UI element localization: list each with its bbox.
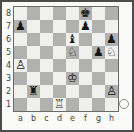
square-g2[interactable] bbox=[92, 85, 105, 98]
square-b6[interactable] bbox=[27, 33, 40, 46]
square-c8[interactable] bbox=[40, 7, 53, 20]
square-a3[interactable] bbox=[14, 72, 27, 85]
rank-label-5: 5 bbox=[4, 46, 13, 59]
piece-white-rook: ♖ bbox=[54, 98, 65, 111]
rank-label-3: 3 bbox=[4, 72, 13, 85]
square-d2[interactable] bbox=[53, 85, 66, 98]
square-g1[interactable] bbox=[92, 98, 105, 111]
rank-label-2: 2 bbox=[4, 85, 13, 98]
square-c6[interactable] bbox=[40, 33, 53, 46]
rank-label-7: 7 bbox=[4, 20, 13, 33]
piece-black-rook: ♜ bbox=[28, 85, 39, 98]
piece-black-bishop: ♝ bbox=[67, 33, 78, 46]
piece-black-pawn: ♟ bbox=[106, 33, 117, 46]
square-f7[interactable]: ♟ bbox=[79, 20, 92, 33]
chess-board: ♚♟♟♝♟♘♟♘♙♔♜♙♖ bbox=[14, 7, 118, 111]
piece-white-knight: ♘ bbox=[67, 46, 78, 59]
square-a6[interactable] bbox=[14, 33, 27, 46]
rank-label-1: 1 bbox=[4, 98, 13, 111]
square-d8[interactable] bbox=[53, 7, 66, 20]
rank-label-4: 4 bbox=[4, 59, 13, 72]
piece-black-king: ♚ bbox=[80, 7, 91, 20]
square-d3[interactable] bbox=[53, 72, 66, 85]
square-h2[interactable]: ♙ bbox=[105, 85, 118, 98]
square-a2[interactable] bbox=[14, 85, 27, 98]
square-g4[interactable] bbox=[92, 59, 105, 72]
square-a1[interactable] bbox=[14, 98, 27, 111]
square-e6[interactable]: ♝ bbox=[66, 33, 79, 46]
square-f8[interactable]: ♚ bbox=[79, 7, 92, 20]
square-b2[interactable]: ♜ bbox=[27, 85, 40, 98]
square-e5[interactable]: ♘ bbox=[66, 46, 79, 59]
square-c1[interactable] bbox=[40, 98, 53, 111]
piece-white-pawn: ♙ bbox=[15, 59, 26, 72]
square-c2[interactable] bbox=[40, 85, 53, 98]
piece-black-pawn: ♟ bbox=[80, 20, 91, 33]
piece-white-pawn: ♙ bbox=[106, 85, 117, 98]
file-label-c: c bbox=[40, 112, 53, 124]
file-label-f: f bbox=[79, 112, 92, 124]
piece-white-king: ♔ bbox=[67, 72, 78, 85]
square-f6[interactable] bbox=[79, 33, 92, 46]
square-f3[interactable] bbox=[79, 72, 92, 85]
file-label-a: a bbox=[14, 112, 27, 124]
square-h6[interactable]: ♟ bbox=[105, 33, 118, 46]
square-f1[interactable] bbox=[79, 98, 92, 111]
file-label-g: g bbox=[92, 112, 105, 124]
square-g3[interactable] bbox=[92, 72, 105, 85]
square-d4[interactable] bbox=[53, 59, 66, 72]
piece-black-pawn: ♟ bbox=[93, 46, 104, 59]
rank-label-6: 6 bbox=[4, 33, 13, 46]
square-d5[interactable] bbox=[53, 46, 66, 59]
square-g6[interactable] bbox=[92, 33, 105, 46]
square-g5[interactable]: ♟ bbox=[92, 46, 105, 59]
file-label-b: b bbox=[27, 112, 40, 124]
rank-labels: 87654321 bbox=[4, 7, 13, 111]
square-g7[interactable] bbox=[92, 20, 105, 33]
square-d7[interactable] bbox=[53, 20, 66, 33]
square-e8[interactable] bbox=[66, 7, 79, 20]
square-d6[interactable] bbox=[53, 33, 66, 46]
square-h1[interactable] bbox=[105, 98, 118, 111]
rank-label-8: 8 bbox=[4, 7, 13, 20]
square-a7[interactable]: ♟ bbox=[14, 20, 27, 33]
piece-white-knight: ♘ bbox=[106, 46, 117, 59]
white-to-move-indicator bbox=[119, 99, 129, 109]
file-label-h: h bbox=[105, 112, 118, 124]
square-f4[interactable] bbox=[79, 59, 92, 72]
square-c3[interactable] bbox=[40, 72, 53, 85]
square-c5[interactable] bbox=[40, 46, 53, 59]
square-h5[interactable]: ♘ bbox=[105, 46, 118, 59]
piece-black-pawn: ♟ bbox=[15, 20, 26, 33]
square-a4[interactable]: ♙ bbox=[14, 59, 27, 72]
square-h8[interactable] bbox=[105, 7, 118, 20]
chess-diagram: 87654321 ♚♟♟♝♟♘♟♘♙♔♜♙♖ abcdefgh bbox=[0, 0, 134, 132]
file-label-d: d bbox=[53, 112, 66, 124]
square-c7[interactable] bbox=[40, 20, 53, 33]
square-e4[interactable] bbox=[66, 59, 79, 72]
square-b5[interactable] bbox=[27, 46, 40, 59]
square-f2[interactable] bbox=[79, 85, 92, 98]
square-e3[interactable]: ♔ bbox=[66, 72, 79, 85]
square-d1[interactable]: ♖ bbox=[53, 98, 66, 111]
square-g8[interactable] bbox=[92, 7, 105, 20]
square-h7[interactable] bbox=[105, 20, 118, 33]
square-b4[interactable] bbox=[27, 59, 40, 72]
square-f5[interactable] bbox=[79, 46, 92, 59]
square-b3[interactable] bbox=[27, 72, 40, 85]
square-h4[interactable] bbox=[105, 59, 118, 72]
file-label-e: e bbox=[66, 112, 79, 124]
file-labels: abcdefgh bbox=[14, 112, 118, 124]
square-b8[interactable] bbox=[27, 7, 40, 20]
square-a5[interactable] bbox=[14, 46, 27, 59]
square-e1[interactable] bbox=[66, 98, 79, 111]
square-c4[interactable] bbox=[40, 59, 53, 72]
square-e2[interactable] bbox=[66, 85, 79, 98]
square-b7[interactable] bbox=[27, 20, 40, 33]
square-h3[interactable] bbox=[105, 72, 118, 85]
square-e7[interactable] bbox=[66, 20, 79, 33]
square-a8[interactable] bbox=[14, 7, 27, 20]
square-b1[interactable] bbox=[27, 98, 40, 111]
